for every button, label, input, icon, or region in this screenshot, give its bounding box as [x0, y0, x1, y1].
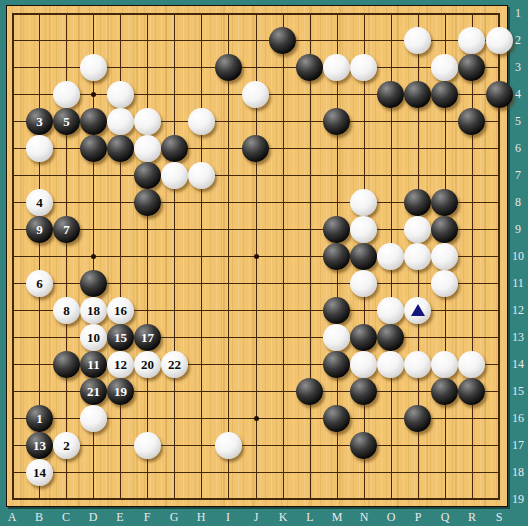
stone-black[interactable]: [350, 432, 377, 459]
grid-line: [12, 472, 500, 473]
column-label: M: [327, 510, 347, 525]
stone-white[interactable]: [134, 432, 161, 459]
stone-white[interactable]: 12: [107, 351, 134, 378]
stone-white[interactable]: [188, 108, 215, 135]
stone-move-number: 2: [63, 439, 70, 452]
row-label: 10: [507, 250, 528, 262]
stone-black[interactable]: [323, 216, 350, 243]
stone-white[interactable]: [134, 108, 161, 135]
stone-move-number: 14: [33, 466, 46, 479]
stone-white[interactable]: [377, 297, 404, 324]
stone-black[interactable]: [431, 216, 458, 243]
stone-black[interactable]: [80, 108, 107, 135]
stone-black[interactable]: [377, 324, 404, 351]
stone-white[interactable]: [404, 27, 431, 54]
column-label: D: [83, 510, 103, 525]
column-label: G: [164, 510, 184, 525]
column-label: O: [381, 510, 401, 525]
stone-move-number: 11: [87, 358, 99, 371]
stone-white[interactable]: 22: [161, 351, 188, 378]
stone-white[interactable]: 16: [107, 297, 134, 324]
stone-white[interactable]: [323, 54, 350, 81]
stone-move-number: 6: [36, 277, 43, 290]
stone-white[interactable]: 4: [26, 189, 53, 216]
row-label: 9: [507, 223, 528, 235]
row-label: 3: [507, 61, 528, 73]
stone-black[interactable]: [404, 81, 431, 108]
stone-black[interactable]: [269, 27, 296, 54]
stone-black[interactable]: [134, 189, 161, 216]
go-board-diagram: 35497681816101517111220222119113214ABCDE…: [0, 0, 528, 526]
stone-white[interactable]: [242, 81, 269, 108]
stone-black[interactable]: [350, 378, 377, 405]
stone-white[interactable]: 10: [80, 324, 107, 351]
stone-black[interactable]: 7: [53, 216, 80, 243]
stone-black[interactable]: [458, 378, 485, 405]
triangle-mark-icon: [411, 304, 425, 316]
stone-white[interactable]: [107, 108, 134, 135]
stone-black[interactable]: 1: [26, 405, 53, 432]
stone-white[interactable]: [404, 297, 431, 324]
row-label: 12: [507, 304, 528, 316]
stone-black[interactable]: [377, 81, 404, 108]
stone-white[interactable]: [458, 351, 485, 378]
stone-black[interactable]: [107, 135, 134, 162]
stone-white[interactable]: [404, 216, 431, 243]
stone-move-number: 12: [114, 358, 127, 371]
stone-black[interactable]: 15: [107, 324, 134, 351]
grid-line: [12, 175, 500, 176]
stone-white[interactable]: 18: [80, 297, 107, 324]
stone-white[interactable]: [431, 351, 458, 378]
row-label: 7: [507, 169, 528, 181]
stone-white[interactable]: [80, 54, 107, 81]
row-label: 8: [507, 196, 528, 208]
stone-black[interactable]: 19: [107, 378, 134, 405]
row-label: 1: [507, 7, 528, 19]
column-label: R: [462, 510, 482, 525]
stone-black[interactable]: [53, 351, 80, 378]
stone-black[interactable]: 13: [26, 432, 53, 459]
stone-white[interactable]: 8: [53, 297, 80, 324]
star-point: [91, 92, 96, 97]
stone-black[interactable]: [323, 297, 350, 324]
row-label: 19: [507, 493, 528, 505]
stone-black[interactable]: 3: [26, 108, 53, 135]
stone-white[interactable]: [107, 81, 134, 108]
stone-white[interactable]: [134, 135, 161, 162]
stone-move-number: 3: [36, 115, 43, 128]
stone-move-number: 16: [114, 304, 127, 317]
row-label: 17: [507, 439, 528, 451]
stone-white[interactable]: [188, 162, 215, 189]
stone-move-number: 1: [36, 412, 43, 425]
column-label: J: [246, 510, 266, 525]
stone-move-number: 17: [141, 331, 154, 344]
stone-black[interactable]: [80, 270, 107, 297]
stone-white[interactable]: 20: [134, 351, 161, 378]
stone-move-number: 20: [141, 358, 154, 371]
stone-black[interactable]: [458, 108, 485, 135]
column-label: C: [56, 510, 76, 525]
stone-black[interactable]: [431, 189, 458, 216]
column-label: E: [110, 510, 130, 525]
stone-white[interactable]: [350, 351, 377, 378]
stone-white[interactable]: [431, 270, 458, 297]
stone-move-number: 7: [63, 223, 70, 236]
stone-black[interactable]: [296, 378, 323, 405]
grid-line: [12, 13, 500, 15]
stone-white[interactable]: [161, 162, 188, 189]
stone-white[interactable]: 6: [26, 270, 53, 297]
stone-black[interactable]: [323, 108, 350, 135]
stone-white[interactable]: [404, 351, 431, 378]
stone-white[interactable]: [215, 432, 242, 459]
row-label: 5: [507, 115, 528, 127]
star-point: [254, 254, 259, 259]
stone-move-number: 9: [36, 223, 43, 236]
grid-line: [12, 498, 500, 500]
stone-black[interactable]: [350, 324, 377, 351]
row-label: 16: [507, 412, 528, 424]
column-label: L: [300, 510, 320, 525]
stone-black[interactable]: [242, 135, 269, 162]
stone-move-number: 13: [33, 439, 46, 452]
stone-white[interactable]: [350, 216, 377, 243]
stone-white[interactable]: [323, 324, 350, 351]
stone-move-number: 8: [63, 304, 70, 317]
stone-white[interactable]: [431, 243, 458, 270]
column-label: F: [137, 510, 157, 525]
stone-white[interactable]: 2: [53, 432, 80, 459]
stone-black[interactable]: [431, 378, 458, 405]
stone-move-number: 19: [114, 385, 127, 398]
stone-black[interactable]: [458, 54, 485, 81]
stone-white[interactable]: [80, 405, 107, 432]
stone-move-number: 15: [114, 331, 127, 344]
column-label: B: [29, 510, 49, 525]
stone-black[interactable]: [431, 81, 458, 108]
stone-black[interactable]: [80, 135, 107, 162]
stone-black[interactable]: [296, 54, 323, 81]
stone-black[interactable]: [215, 54, 242, 81]
column-label: A: [2, 510, 22, 525]
row-label: 18: [507, 466, 528, 478]
stone-black[interactable]: [323, 243, 350, 270]
grid-line: [12, 445, 500, 446]
column-label: Q: [435, 510, 455, 525]
stone-black[interactable]: [404, 405, 431, 432]
stone-move-number: 18: [87, 304, 100, 317]
row-label: 11: [507, 277, 528, 289]
stone-black[interactable]: 11: [80, 351, 107, 378]
column-label: N: [354, 510, 374, 525]
stone-white[interactable]: [431, 54, 458, 81]
stone-white[interactable]: [53, 81, 80, 108]
row-label: 15: [507, 385, 528, 397]
stone-black[interactable]: 5: [53, 108, 80, 135]
row-label: 4: [507, 88, 528, 100]
stone-black[interactable]: [323, 405, 350, 432]
row-label: 2: [507, 34, 528, 46]
star-point: [254, 416, 259, 421]
row-label: 6: [507, 142, 528, 154]
column-label: P: [408, 510, 428, 525]
stone-move-number: 4: [36, 196, 43, 209]
stone-white[interactable]: [404, 243, 431, 270]
row-label: 13: [507, 331, 528, 343]
column-label: H: [191, 510, 211, 525]
column-label: S: [489, 510, 509, 525]
stone-white[interactable]: [26, 135, 53, 162]
row-label: 14: [507, 358, 528, 370]
stone-move-number: 21: [87, 385, 100, 398]
star-point: [91, 254, 96, 259]
stone-white[interactable]: [350, 270, 377, 297]
stone-black[interactable]: 17: [134, 324, 161, 351]
stone-black[interactable]: 9: [26, 216, 53, 243]
column-label: I: [218, 510, 238, 525]
column-label: K: [273, 510, 293, 525]
stone-white[interactable]: [350, 189, 377, 216]
stone-white[interactable]: [377, 351, 404, 378]
stone-black[interactable]: [161, 135, 188, 162]
stone-black[interactable]: [404, 189, 431, 216]
stone-white[interactable]: [377, 243, 404, 270]
stone-black[interactable]: [350, 243, 377, 270]
stone-move-number: 22: [168, 358, 181, 371]
stone-white[interactable]: 14: [26, 459, 53, 486]
stone-black[interactable]: [323, 351, 350, 378]
stone-black[interactable]: 21: [80, 378, 107, 405]
stone-move-number: 5: [63, 115, 70, 128]
stone-white[interactable]: [350, 54, 377, 81]
stone-white[interactable]: [458, 27, 485, 54]
stone-black[interactable]: [134, 162, 161, 189]
stone-move-number: 10: [87, 331, 100, 344]
